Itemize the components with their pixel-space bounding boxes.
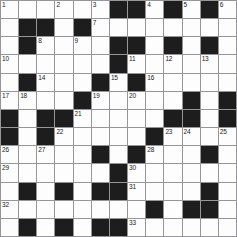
cell-r2c5[interactable]	[92, 37, 109, 54]
clue-number-11: 11	[129, 55, 135, 63]
cell-r11c1[interactable]	[19, 201, 36, 218]
cell-r5c2[interactable]	[37, 92, 54, 109]
black-cell-r0c7	[128, 1, 145, 18]
cell-r11c6[interactable]	[110, 201, 127, 218]
black-cell-r0c11	[201, 1, 218, 18]
cell-r4c11[interactable]	[201, 74, 218, 91]
cell-r0c0[interactable]: 1	[1, 1, 18, 18]
clue-number-32: 32	[2, 201, 9, 209]
cell-r7c10[interactable]: 24	[183, 128, 200, 145]
cell-r0c10[interactable]: 5	[183, 1, 200, 18]
black-cell-r11c10	[183, 201, 200, 218]
cell-r6c8[interactable]	[146, 110, 163, 127]
cell-r8c6[interactable]	[110, 146, 127, 163]
cell-r5c9[interactable]	[164, 92, 181, 109]
black-cell-r1c2	[37, 19, 54, 36]
cell-r4c9[interactable]	[164, 74, 181, 91]
black-cell-r6c12	[219, 110, 236, 127]
cell-r11c12[interactable]	[219, 201, 236, 218]
cell-r12c10[interactable]	[183, 219, 200, 236]
cell-r0c4[interactable]	[74, 1, 91, 18]
clue-number-19: 19	[93, 92, 100, 100]
cell-r12c12[interactable]	[219, 219, 236, 236]
cell-r5c3[interactable]	[55, 92, 72, 109]
cell-r10c2[interactable]	[37, 183, 54, 200]
cell-r3c2[interactable]	[37, 55, 54, 72]
cell-r11c4[interactable]	[74, 201, 91, 218]
cell-r9c9[interactable]	[164, 164, 181, 181]
black-cell-r8c5	[92, 146, 109, 163]
cell-r3c3[interactable]	[55, 55, 72, 72]
cell-r10c12[interactable]	[219, 183, 236, 200]
clue-number-26: 26	[2, 146, 9, 154]
black-cell-r10c3	[55, 183, 72, 200]
clue-number-2: 2	[56, 1, 59, 9]
cell-r6c7[interactable]	[128, 110, 145, 127]
cell-r5c1[interactable]: 18	[19, 92, 36, 109]
black-cell-r5c4	[74, 92, 91, 109]
black-cell-r4c5	[92, 74, 109, 91]
clue-number-14: 14	[38, 74, 45, 82]
cell-r8c4[interactable]	[74, 146, 91, 163]
cell-r0c2[interactable]	[37, 1, 54, 18]
cell-r9c3[interactable]	[55, 164, 72, 181]
black-cell-r10c6	[110, 183, 127, 200]
cell-r8c8[interactable]: 28	[146, 146, 163, 163]
cell-r10c9[interactable]	[164, 183, 181, 200]
black-cell-r4c7	[128, 74, 145, 91]
clue-number-31: 31	[129, 183, 136, 191]
clue-number-13: 13	[202, 55, 209, 63]
clue-number-25: 25	[220, 128, 227, 136]
black-cell-r11c8	[146, 201, 163, 218]
cell-r7c9[interactable]: 23	[164, 128, 181, 145]
black-cell-r12c3	[55, 219, 72, 236]
clue-number-28: 28	[147, 146, 154, 154]
black-cell-r2c1	[19, 37, 36, 54]
clue-number-30: 30	[129, 164, 136, 172]
black-cell-r1c4	[74, 19, 91, 36]
black-cell-r12c6	[110, 219, 127, 236]
clue-number-15: 15	[111, 74, 118, 82]
cell-r3c5[interactable]	[92, 55, 109, 72]
cell-r9c2[interactable]	[37, 164, 54, 181]
cell-r5c7[interactable]: 20	[128, 92, 145, 109]
clue-number-1: 1	[2, 1, 5, 9]
black-cell-r3c6	[110, 55, 127, 72]
black-cell-r7c8	[146, 128, 163, 145]
cell-r8c1[interactable]	[19, 146, 36, 163]
cell-r1c6[interactable]	[110, 19, 127, 36]
cell-r7c12[interactable]: 25	[219, 128, 236, 145]
clue-number-7: 7	[93, 19, 96, 27]
cell-r8c0[interactable]: 26	[1, 146, 18, 163]
cell-r2c4[interactable]: 9	[74, 37, 91, 54]
black-cell-r8c7	[128, 146, 145, 163]
black-cell-r1c1	[19, 19, 36, 36]
clue-number-23: 23	[165, 128, 172, 136]
cell-r1c9[interactable]	[164, 19, 181, 36]
cell-r3c11[interactable]: 13	[201, 55, 218, 72]
clue-number-18: 18	[20, 92, 27, 100]
black-cell-r2c9	[164, 37, 181, 54]
crossword-grid: 1234567891011121314151617181920212223242…	[0, 0, 237, 237]
cell-r10c7[interactable]: 31	[128, 183, 145, 200]
cell-r0c12[interactable]: 6	[219, 1, 236, 18]
black-cell-r2c7	[128, 37, 145, 54]
cell-r10c8[interactable]	[146, 183, 163, 200]
cell-r5c8[interactable]	[146, 92, 163, 109]
cell-r4c2[interactable]: 14	[37, 74, 54, 91]
cell-r3c7[interactable]: 11	[128, 55, 145, 72]
cell-r8c12[interactable]	[219, 146, 236, 163]
cell-r9c4[interactable]	[74, 164, 91, 181]
cell-r1c3[interactable]	[55, 19, 72, 36]
cell-r8c9[interactable]	[164, 146, 181, 163]
cell-r3c1[interactable]	[19, 55, 36, 72]
cell-r2c0[interactable]	[1, 37, 18, 54]
cell-r6c5[interactable]	[92, 110, 109, 127]
cell-r11c5[interactable]	[92, 201, 109, 218]
cell-r1c5[interactable]: 7	[92, 19, 109, 36]
cell-r12c4[interactable]	[74, 219, 91, 236]
clue-number-20: 20	[129, 92, 136, 100]
cell-r4c3[interactable]	[55, 74, 72, 91]
cell-r7c3[interactable]: 22	[55, 128, 72, 145]
clue-number-6: 6	[220, 1, 223, 9]
cell-r9c5[interactable]	[92, 164, 109, 181]
clue-number-9: 9	[75, 37, 78, 45]
cell-r11c2[interactable]	[37, 201, 54, 218]
cell-r10c10[interactable]	[183, 183, 200, 200]
cell-r11c3[interactable]	[55, 201, 72, 218]
cell-r6c1[interactable]	[19, 110, 36, 127]
clue-number-8: 8	[38, 37, 41, 45]
cell-r5c6[interactable]	[110, 92, 127, 109]
cell-r7c1[interactable]	[19, 128, 36, 145]
black-cell-r7c2	[37, 128, 54, 145]
cell-r4c0[interactable]	[1, 74, 18, 91]
cell-r4c12[interactable]	[219, 74, 236, 91]
clue-number-22: 22	[56, 128, 63, 136]
cell-r7c6[interactable]	[110, 128, 127, 145]
cell-r9c10[interactable]	[183, 164, 200, 181]
cell-r2c12[interactable]	[219, 37, 236, 54]
cell-r0c1[interactable]	[19, 1, 36, 18]
cell-r8c10[interactable]	[183, 146, 200, 163]
cell-r12c2[interactable]	[37, 219, 54, 236]
cell-r9c0[interactable]: 29	[1, 164, 18, 181]
cell-r9c12[interactable]	[219, 164, 236, 181]
black-cell-r6c9	[164, 110, 181, 127]
cell-r8c2[interactable]: 27	[37, 146, 54, 163]
clue-number-33: 33	[129, 219, 136, 227]
cell-r4c6[interactable]: 15	[110, 74, 127, 91]
black-cell-r10c1	[19, 183, 36, 200]
black-cell-r6c10	[183, 110, 200, 127]
clue-number-27: 27	[38, 146, 45, 154]
cell-r11c0[interactable]: 32	[1, 201, 18, 218]
cell-r4c4[interactable]	[74, 74, 91, 91]
black-cell-r6c0	[1, 110, 18, 127]
cell-r9c8[interactable]	[146, 164, 163, 181]
cell-r12c11[interactable]	[201, 219, 218, 236]
black-cell-r8c11	[201, 146, 218, 163]
cell-r5c11[interactable]	[201, 92, 218, 109]
black-cell-r6c3	[55, 110, 72, 127]
cell-r7c7[interactable]	[128, 128, 145, 145]
cell-r0c8[interactable]: 4	[146, 1, 163, 18]
cell-r11c7[interactable]	[128, 201, 145, 218]
black-cell-r5c12	[219, 92, 236, 109]
cell-r2c10[interactable]	[183, 37, 200, 54]
cell-r2c3[interactable]	[55, 37, 72, 54]
cell-r7c4[interactable]	[74, 128, 91, 145]
black-cell-r2c11	[201, 37, 218, 54]
cell-r4c8[interactable]: 16	[146, 74, 163, 91]
cell-r9c1[interactable]	[19, 164, 36, 181]
cell-r1c7[interactable]	[128, 19, 145, 36]
cell-r5c5[interactable]: 19	[92, 92, 109, 109]
clue-number-4: 4	[147, 1, 150, 9]
cell-r1c11[interactable]	[201, 19, 218, 36]
cell-r1c12[interactable]	[219, 19, 236, 36]
cell-r1c0[interactable]	[1, 19, 18, 36]
cell-r12c8[interactable]	[146, 219, 163, 236]
cell-r1c8[interactable]	[146, 19, 163, 36]
cell-r2c8[interactable]	[146, 37, 163, 54]
black-cell-r11c11	[201, 201, 218, 218]
clue-number-21: 21	[75, 110, 82, 118]
black-cell-r4c1	[19, 74, 36, 91]
cell-r7c11[interactable]	[201, 128, 218, 145]
cell-r3c10[interactable]	[183, 55, 200, 72]
cell-r10c0[interactable]	[1, 183, 18, 200]
cell-r3c12[interactable]	[219, 55, 236, 72]
cell-r10c4[interactable]	[74, 183, 91, 200]
clue-number-24: 24	[184, 128, 191, 136]
clue-number-17: 17	[2, 92, 9, 100]
cell-r2c2[interactable]: 8	[37, 37, 54, 54]
cell-r3c8[interactable]	[146, 55, 163, 72]
clue-number-5: 5	[184, 1, 187, 9]
clue-number-3: 3	[93, 1, 96, 9]
black-cell-r10c11	[201, 183, 218, 200]
black-cell-r0c9	[164, 1, 181, 18]
cell-r7c5[interactable]	[92, 128, 109, 145]
cell-r0c3[interactable]: 2	[55, 1, 72, 18]
black-cell-r7c0	[1, 128, 18, 145]
clue-number-29: 29	[2, 164, 9, 172]
black-cell-r5c10	[183, 92, 200, 109]
cell-r9c11[interactable]	[201, 164, 218, 181]
cell-r9c7[interactable]: 30	[128, 164, 145, 181]
cell-r3c0[interactable]: 10	[1, 55, 18, 72]
cell-r8c3[interactable]	[55, 146, 72, 163]
cell-r5c0[interactable]: 17	[1, 92, 18, 109]
cell-r4c10[interactable]	[183, 74, 200, 91]
cell-r1c10[interactable]	[183, 19, 200, 36]
black-cell-r9c6	[110, 164, 127, 181]
black-cell-r6c2	[37, 110, 54, 127]
cell-r12c7[interactable]: 33	[128, 219, 145, 236]
black-cell-r10c5	[92, 183, 109, 200]
clue-number-16: 16	[147, 74, 154, 82]
cell-r6c6[interactable]	[110, 110, 127, 127]
cell-r12c9[interactable]	[164, 219, 181, 236]
cell-r3c4[interactable]	[74, 55, 91, 72]
cell-r6c4[interactable]: 21	[74, 110, 91, 127]
clue-number-10: 10	[2, 55, 9, 63]
black-cell-r2c6	[110, 37, 127, 54]
cell-r3c9[interactable]: 12	[164, 55, 181, 72]
cell-r0c5[interactable]: 3	[92, 1, 109, 18]
cell-r6c11[interactable]	[201, 110, 218, 127]
cell-r11c9[interactable]	[164, 201, 181, 218]
black-cell-r12c1	[19, 219, 36, 236]
clue-number-12: 12	[165, 55, 172, 63]
black-cell-r12c5	[92, 219, 109, 236]
cell-r12c0[interactable]	[1, 219, 18, 236]
black-cell-r0c6	[110, 1, 127, 18]
